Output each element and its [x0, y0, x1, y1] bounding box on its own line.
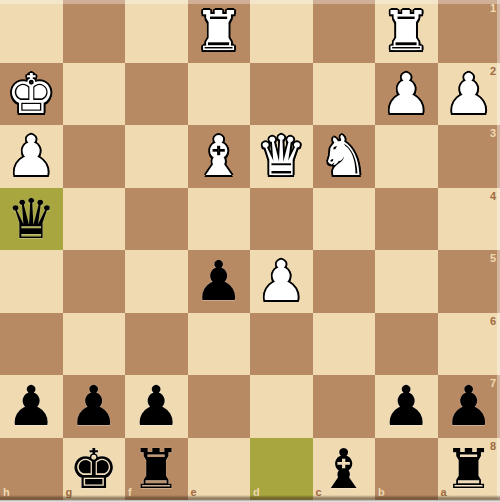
- white-rook[interactable]: ♜: [194, 0, 243, 63]
- square-g3[interactable]: [63, 125, 126, 188]
- square-c6[interactable]: [313, 313, 376, 376]
- square-a5[interactable]: 5: [438, 250, 500, 313]
- square-f3[interactable]: [125, 125, 188, 188]
- square-e1[interactable]: ♜: [188, 0, 251, 63]
- rank-label-7: 7: [490, 378, 496, 389]
- rank-label-4: 4: [490, 191, 496, 202]
- black-pawn[interactable]: ♟: [69, 375, 118, 438]
- black-pawn[interactable]: ♟: [194, 250, 243, 313]
- black-rook[interactable]: ♜: [132, 438, 181, 501]
- rank-label-8: 8: [490, 441, 496, 452]
- square-d5[interactable]: ♟: [250, 250, 313, 313]
- white-bishop[interactable]: ♝: [194, 125, 243, 188]
- rank-label-3: 3: [490, 128, 496, 139]
- rank-label-1: 1: [490, 3, 496, 14]
- square-g1[interactable]: [63, 0, 126, 63]
- square-a8[interactable]: 8a♜: [438, 438, 500, 501]
- white-rook[interactable]: ♜: [382, 0, 431, 63]
- square-c7[interactable]: [313, 375, 376, 438]
- file-label-c: c: [316, 487, 322, 498]
- square-h2[interactable]: ♚: [0, 63, 63, 126]
- square-b6[interactable]: [375, 313, 438, 376]
- file-label-e: e: [191, 487, 197, 498]
- board-grid: ♜♜1♚♟2♟♟♝♛♞3♛4♟♟56♟♟♟♟7♟hg♚f♜edc♝b8a♜: [0, 0, 500, 500]
- white-knight[interactable]: ♞: [319, 125, 368, 188]
- square-c3[interactable]: ♞: [313, 125, 376, 188]
- square-e5[interactable]: ♟: [188, 250, 251, 313]
- square-d6[interactable]: [250, 313, 313, 376]
- rank-label-6: 6: [490, 316, 496, 327]
- chess-board: ♜♜1♚♟2♟♟♝♛♞3♛4♟♟56♟♟♟♟7♟hg♚f♜edc♝b8a♜: [0, 0, 500, 502]
- square-a1[interactable]: 1: [438, 0, 500, 63]
- black-queen[interactable]: ♛: [7, 188, 56, 251]
- rank-label-5: 5: [490, 253, 496, 264]
- square-a4[interactable]: 4: [438, 188, 500, 251]
- square-h5[interactable]: [0, 250, 63, 313]
- square-h8[interactable]: h: [0, 438, 63, 501]
- square-a7[interactable]: 7♟: [438, 375, 500, 438]
- square-g8[interactable]: g♚: [63, 438, 126, 501]
- black-rook[interactable]: ♜: [444, 438, 493, 501]
- square-b1[interactable]: ♜: [375, 0, 438, 63]
- square-g6[interactable]: [63, 313, 126, 376]
- square-d3[interactable]: ♛: [250, 125, 313, 188]
- square-c1[interactable]: [313, 0, 376, 63]
- square-e7[interactable]: [188, 375, 251, 438]
- square-h3[interactable]: ♟: [0, 125, 63, 188]
- square-b3[interactable]: [375, 125, 438, 188]
- square-h7[interactable]: ♟: [0, 375, 63, 438]
- black-bishop[interactable]: ♝: [319, 438, 368, 501]
- black-pawn[interactable]: ♟: [382, 375, 431, 438]
- square-f6[interactable]: [125, 313, 188, 376]
- square-f4[interactable]: [125, 188, 188, 251]
- square-e3[interactable]: ♝: [188, 125, 251, 188]
- square-f2[interactable]: [125, 63, 188, 126]
- black-pawn[interactable]: ♟: [132, 375, 181, 438]
- square-a3[interactable]: 3: [438, 125, 500, 188]
- black-king[interactable]: ♚: [69, 438, 118, 501]
- file-label-g: g: [66, 487, 73, 498]
- square-e4[interactable]: [188, 188, 251, 251]
- square-d8[interactable]: d: [250, 438, 313, 501]
- white-pawn[interactable]: ♟: [7, 125, 56, 188]
- rank-label-2: 2: [490, 66, 496, 77]
- square-b5[interactable]: [375, 250, 438, 313]
- square-e6[interactable]: [188, 313, 251, 376]
- square-g5[interactable]: [63, 250, 126, 313]
- black-pawn[interactable]: ♟: [7, 375, 56, 438]
- square-h6[interactable]: [0, 313, 63, 376]
- square-d2[interactable]: [250, 63, 313, 126]
- square-a6[interactable]: 6: [438, 313, 500, 376]
- square-d7[interactable]: [250, 375, 313, 438]
- square-f1[interactable]: [125, 0, 188, 63]
- white-king[interactable]: ♚: [7, 63, 56, 126]
- square-b2[interactable]: ♟: [375, 63, 438, 126]
- file-label-a: a: [441, 487, 447, 498]
- square-f5[interactable]: [125, 250, 188, 313]
- black-pawn[interactable]: ♟: [444, 375, 493, 438]
- square-f8[interactable]: f♜: [125, 438, 188, 501]
- white-pawn[interactable]: ♟: [257, 250, 306, 313]
- square-c4[interactable]: [313, 188, 376, 251]
- white-queen[interactable]: ♛: [257, 125, 306, 188]
- square-h1[interactable]: [0, 0, 63, 63]
- file-label-b: b: [378, 487, 385, 498]
- square-g2[interactable]: [63, 63, 126, 126]
- file-label-d: d: [253, 487, 260, 498]
- square-d4[interactable]: [250, 188, 313, 251]
- square-e2[interactable]: [188, 63, 251, 126]
- white-pawn[interactable]: ♟: [444, 63, 493, 126]
- square-b7[interactable]: ♟: [375, 375, 438, 438]
- square-g7[interactable]: ♟: [63, 375, 126, 438]
- file-label-h: h: [3, 487, 10, 498]
- square-b8[interactable]: b: [375, 438, 438, 501]
- square-c5[interactable]: [313, 250, 376, 313]
- square-f7[interactable]: ♟: [125, 375, 188, 438]
- square-h4[interactable]: ♛: [0, 188, 63, 251]
- square-g4[interactable]: [63, 188, 126, 251]
- square-a2[interactable]: 2♟: [438, 63, 500, 126]
- square-c8[interactable]: c♝: [313, 438, 376, 501]
- square-c2[interactable]: [313, 63, 376, 126]
- square-b4[interactable]: [375, 188, 438, 251]
- square-d1[interactable]: [250, 0, 313, 63]
- white-pawn[interactable]: ♟: [382, 63, 431, 126]
- file-label-f: f: [128, 487, 132, 498]
- square-e8[interactable]: e: [188, 438, 251, 501]
- page: { "game": "chess", "position": { "fen": …: [0, 0, 500, 502]
